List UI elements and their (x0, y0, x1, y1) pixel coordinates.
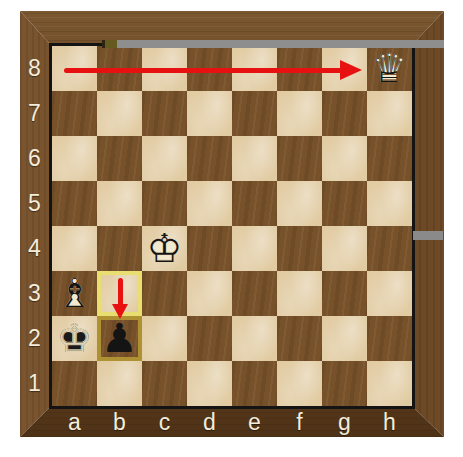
square-e6[interactable] (232, 136, 277, 181)
square-g4[interactable] (322, 226, 367, 271)
arrow-b3-to-b2-head (112, 304, 128, 319)
arrow-b3-to-b2 (110, 278, 131, 320)
square-e1[interactable] (232, 361, 277, 406)
white-bishop[interactable]: ♗ (52, 271, 97, 316)
square-c3[interactable] (142, 271, 187, 316)
square-g3[interactable] (322, 271, 367, 316)
square-d3[interactable] (187, 271, 232, 316)
vertical-scrollbar-thumb[interactable] (413, 231, 443, 240)
square-e3[interactable] (232, 271, 277, 316)
square-f3[interactable] (277, 271, 322, 316)
white-king[interactable]: ♔ (142, 226, 187, 271)
black-pawn-fill: ♟ (97, 316, 142, 361)
square-c1[interactable] (142, 361, 187, 406)
square-h7[interactable] (367, 91, 412, 136)
square-d7[interactable] (187, 91, 232, 136)
square-b5[interactable] (97, 181, 142, 226)
white-bishop-fill: ♝ (52, 271, 97, 316)
arrow-a8-to-h8-head (340, 60, 362, 80)
square-b6[interactable] (97, 136, 142, 181)
rank-label-1: 1 (20, 361, 49, 406)
square-c6[interactable] (142, 136, 187, 181)
square-d2[interactable] (187, 316, 232, 361)
rank-label-6: 6 (20, 136, 49, 181)
file-label-d: d (187, 409, 232, 437)
rank-label-2: 2 (20, 316, 49, 361)
square-h4[interactable] (367, 226, 412, 271)
square-c7[interactable] (142, 91, 187, 136)
white-queen-fill: ♛ (367, 46, 412, 91)
square-f7[interactable] (277, 91, 322, 136)
black-king[interactable]: ♔ (52, 316, 97, 361)
file-label-a: a (52, 409, 97, 437)
rank-label-8: 8 (20, 46, 49, 91)
square-b7[interactable] (97, 91, 142, 136)
square-h6[interactable] (367, 136, 412, 181)
square-g6[interactable] (322, 136, 367, 181)
square-f2[interactable] (277, 316, 322, 361)
square-h2[interactable] (367, 316, 412, 361)
square-b1[interactable] (97, 361, 142, 406)
file-label-g: g (322, 409, 367, 437)
square-h3[interactable] (367, 271, 412, 316)
square-g1[interactable] (322, 361, 367, 406)
white-queen[interactable]: ♕ (367, 46, 412, 91)
square-a3[interactable]: ♝♗ (52, 271, 97, 316)
square-g5[interactable] (322, 181, 367, 226)
horizontal-scrollbar-thumb[interactable] (117, 40, 444, 48)
square-d6[interactable] (187, 136, 232, 181)
chess-board[interactable]: ♛♕♚♔♝♗♚♔♟♙ (49, 43, 415, 409)
square-g7[interactable] (322, 91, 367, 136)
square-c2[interactable] (142, 316, 187, 361)
square-h1[interactable] (367, 361, 412, 406)
black-pawn[interactable]: ♙ (97, 316, 142, 361)
square-a1[interactable] (52, 361, 97, 406)
square-d1[interactable] (187, 361, 232, 406)
square-e5[interactable] (232, 181, 277, 226)
square-e4[interactable] (232, 226, 277, 271)
file-label-b: b (97, 409, 142, 437)
square-b4[interactable] (97, 226, 142, 271)
square-a7[interactable] (52, 91, 97, 136)
square-a4[interactable] (52, 226, 97, 271)
square-d5[interactable] (187, 181, 232, 226)
scrollbar-fragment-olive (105, 40, 117, 48)
square-a2[interactable]: ♚♔ (52, 316, 97, 361)
square-c5[interactable] (142, 181, 187, 226)
square-f5[interactable] (277, 181, 322, 226)
square-f1[interactable] (277, 361, 322, 406)
square-g2[interactable] (322, 316, 367, 361)
square-a6[interactable] (52, 136, 97, 181)
square-e7[interactable] (232, 91, 277, 136)
square-h5[interactable] (367, 181, 412, 226)
rank-label-4: 4 (20, 226, 49, 271)
file-label-f: f (277, 409, 322, 437)
square-f6[interactable] (277, 136, 322, 181)
rank-label-3: 3 (20, 271, 49, 316)
arrow-a8-to-h8-line (64, 68, 345, 73)
square-h8[interactable]: ♛♕ (367, 46, 412, 91)
file-label-c: c (142, 409, 187, 437)
rank-label-7: 7 (20, 91, 49, 136)
square-e2[interactable] (232, 316, 277, 361)
file-label-e: e (232, 409, 277, 437)
square-d4[interactable] (187, 226, 232, 271)
square-f4[interactable] (277, 226, 322, 271)
file-label-h: h (367, 409, 412, 437)
white-king-fill: ♚ (142, 226, 187, 271)
square-b2[interactable]: ♟♙ (97, 316, 142, 361)
rank-label-5: 5 (20, 181, 49, 226)
arrow-a8-to-h8 (64, 60, 364, 80)
square-c4[interactable]: ♚♔ (142, 226, 187, 271)
square-a5[interactable] (52, 181, 97, 226)
chess-diagram: ♛♕♚♔♝♗♚♔♟♙ 87654321abcdefgh (0, 0, 463, 457)
black-king-fill: ♚ (52, 316, 97, 361)
